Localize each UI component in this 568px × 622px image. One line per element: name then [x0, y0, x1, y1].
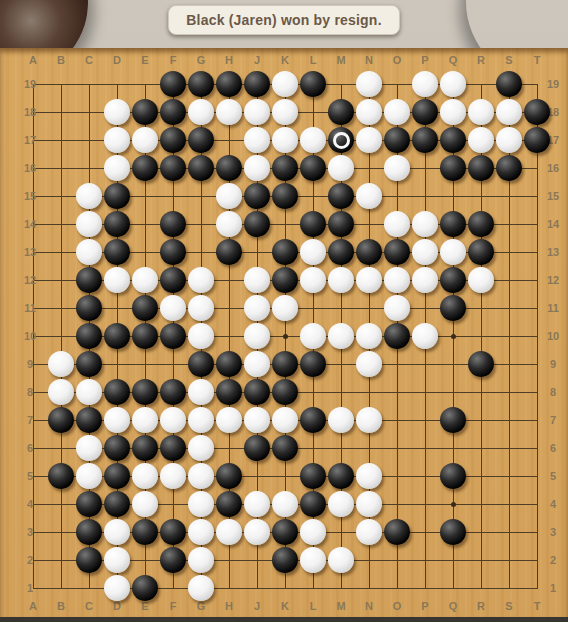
white-stone[interactable] [244, 267, 270, 293]
white-stone[interactable] [272, 99, 298, 125]
black-stone[interactable] [440, 295, 466, 321]
row-label-right: 9 [540, 357, 566, 371]
column-label-bottom: R [468, 599, 494, 613]
black-stone[interactable] [160, 211, 186, 237]
row-label-right: 5 [540, 469, 566, 483]
column-label-top: L [300, 53, 326, 67]
row-label-right: 8 [540, 385, 566, 399]
column-label-top: D [104, 53, 130, 67]
black-stone[interactable] [188, 351, 214, 377]
white-stone[interactable] [412, 267, 438, 293]
white-stone[interactable] [356, 71, 382, 97]
column-label-top: Q [440, 53, 466, 67]
white-stone[interactable] [468, 99, 494, 125]
black-stone[interactable] [132, 155, 158, 181]
row-label-right: 2 [540, 553, 566, 567]
black-stone[interactable] [440, 211, 466, 237]
row-label-left: 18 [17, 105, 43, 119]
black-stone[interactable] [188, 71, 214, 97]
white-stone[interactable] [412, 323, 438, 349]
row-label-right: 4 [540, 497, 566, 511]
white-stone[interactable] [216, 183, 242, 209]
white-stone[interactable] [328, 407, 354, 433]
row-label-left: 12 [17, 273, 43, 287]
black-stone[interactable] [76, 407, 102, 433]
white-stone[interactable] [440, 239, 466, 265]
white-stone[interactable] [216, 99, 242, 125]
black-stone[interactable] [76, 547, 102, 573]
black-stone[interactable] [76, 267, 102, 293]
column-label-bottom: H [216, 599, 242, 613]
column-label-bottom: L [300, 599, 326, 613]
black-stone[interactable] [244, 211, 270, 237]
white-stone[interactable] [160, 463, 186, 489]
black-stone[interactable] [384, 519, 410, 545]
black-stone[interactable] [160, 519, 186, 545]
white-stone[interactable] [328, 323, 354, 349]
column-label-top: A [20, 53, 46, 67]
row-label-right: 6 [540, 441, 566, 455]
black-stone[interactable] [468, 211, 494, 237]
black-stone[interactable] [132, 575, 158, 601]
column-label-top: K [272, 53, 298, 67]
white-stone[interactable] [132, 491, 158, 517]
row-label-left: 7 [17, 413, 43, 427]
white-stone[interactable] [244, 99, 270, 125]
white-stone[interactable] [300, 547, 326, 573]
white-stone[interactable] [160, 295, 186, 321]
black-stone[interactable] [244, 435, 270, 461]
last-move-marker [333, 132, 350, 149]
black-stone[interactable] [104, 463, 130, 489]
row-label-right: 10 [540, 329, 566, 343]
column-label-bottom: J [244, 599, 270, 613]
row-label-left: 19 [17, 77, 43, 91]
black-stone[interactable] [496, 155, 522, 181]
white-stone[interactable] [76, 239, 102, 265]
white-stone[interactable] [384, 267, 410, 293]
white-stone[interactable] [132, 127, 158, 153]
black-stone[interactable] [216, 351, 242, 377]
black-stone[interactable] [468, 351, 494, 377]
black-stone[interactable] [440, 267, 466, 293]
black-stone[interactable] [160, 379, 186, 405]
column-label-bottom: G [188, 599, 214, 613]
white-stone[interactable] [440, 99, 466, 125]
white-stone[interactable] [356, 323, 382, 349]
column-label-bottom: S [496, 599, 522, 613]
black-stone[interactable] [300, 351, 326, 377]
white-stone[interactable] [132, 267, 158, 293]
white-stone[interactable] [188, 407, 214, 433]
white-stone[interactable] [356, 463, 382, 489]
white-stone[interactable] [300, 239, 326, 265]
white-stone[interactable] [104, 155, 130, 181]
black-stone[interactable] [76, 351, 102, 377]
row-label-right: 15 [540, 189, 566, 203]
black-stone[interactable] [216, 155, 242, 181]
black-stone[interactable] [160, 127, 186, 153]
black-stone[interactable] [272, 267, 298, 293]
white-stone[interactable] [468, 267, 494, 293]
white-stone[interactable] [188, 547, 214, 573]
black-stone[interactable] [412, 127, 438, 153]
black-stone[interactable] [188, 155, 214, 181]
black-stone[interactable] [300, 155, 326, 181]
white-stone[interactable] [244, 323, 270, 349]
white-stone[interactable] [104, 575, 130, 601]
white-stone[interactable] [356, 351, 382, 377]
black-stone[interactable] [132, 435, 158, 461]
white-stone[interactable] [412, 211, 438, 237]
row-label-right: 13 [540, 245, 566, 259]
white-stone[interactable] [188, 323, 214, 349]
black-stone[interactable] [104, 435, 130, 461]
white-stone[interactable] [412, 71, 438, 97]
white-stone[interactable] [104, 547, 130, 573]
white-stone[interactable] [160, 407, 186, 433]
black-stone[interactable] [328, 183, 354, 209]
row-label-left: 5 [17, 469, 43, 483]
column-label-bottom: K [272, 599, 298, 613]
white-stone[interactable] [244, 155, 270, 181]
column-label-bottom: A [20, 599, 46, 613]
black-stone[interactable] [524, 99, 550, 125]
black-stone[interactable] [440, 127, 466, 153]
black-stone[interactable] [328, 99, 354, 125]
white-stone[interactable] [188, 491, 214, 517]
star-point [451, 334, 456, 339]
black-stone[interactable] [328, 239, 354, 265]
white-stone[interactable] [104, 407, 130, 433]
column-label-bottom: P [412, 599, 438, 613]
white-stone[interactable] [104, 519, 130, 545]
black-stone[interactable] [412, 99, 438, 125]
black-stone[interactable] [384, 323, 410, 349]
white-stone[interactable] [328, 267, 354, 293]
white-stone[interactable] [132, 407, 158, 433]
white-stone[interactable] [76, 435, 102, 461]
white-stone[interactable] [188, 295, 214, 321]
column-label-bottom: C [76, 599, 102, 613]
black-stone[interactable] [300, 407, 326, 433]
row-label-left: 2 [17, 553, 43, 567]
white-stone[interactable] [384, 155, 410, 181]
row-label-right: 1 [540, 581, 566, 595]
black-stone[interactable] [300, 463, 326, 489]
black-stone[interactable] [300, 491, 326, 517]
white-stone[interactable] [188, 99, 214, 125]
white-stone[interactable] [468, 127, 494, 153]
row-label-left: 10 [17, 329, 43, 343]
white-stone[interactable] [104, 127, 130, 153]
black-stone[interactable] [468, 239, 494, 265]
white-stone[interactable] [384, 211, 410, 237]
row-label-left: 11 [17, 301, 43, 315]
black-stone[interactable] [160, 435, 186, 461]
column-label-bottom: T [524, 599, 550, 613]
black-stone[interactable] [328, 127, 354, 153]
row-label-left: 4 [17, 497, 43, 511]
white-stone[interactable] [76, 183, 102, 209]
white-stone[interactable] [300, 323, 326, 349]
column-label-top: S [496, 53, 522, 67]
black-stone[interactable] [272, 183, 298, 209]
column-label-top: P [412, 53, 438, 67]
row-label-right: 12 [540, 273, 566, 287]
black-stone[interactable] [244, 183, 270, 209]
column-label-top: M [328, 53, 354, 67]
white-stone[interactable] [188, 379, 214, 405]
black-stone[interactable] [132, 295, 158, 321]
white-stone[interactable] [76, 463, 102, 489]
black-stone[interactable] [272, 547, 298, 573]
row-label-left: 3 [17, 525, 43, 539]
white-stone[interactable] [328, 155, 354, 181]
black-stone[interactable] [328, 211, 354, 237]
black-stone[interactable] [216, 239, 242, 265]
white-stone[interactable] [440, 71, 466, 97]
white-stone[interactable] [244, 351, 270, 377]
white-stone[interactable] [496, 99, 522, 125]
black-stone[interactable] [132, 323, 158, 349]
black-stone[interactable] [76, 295, 102, 321]
white-stone[interactable] [412, 239, 438, 265]
white-stone[interactable] [300, 127, 326, 153]
white-stone[interactable] [244, 519, 270, 545]
column-label-bottom: Q [440, 599, 466, 613]
white-stone[interactable] [188, 575, 214, 601]
game-result-banner: Black (Jaren) won by resign. [168, 5, 399, 35]
black-stone[interactable] [104, 379, 130, 405]
black-stone[interactable] [216, 379, 242, 405]
black-stone[interactable] [300, 71, 326, 97]
star-point [283, 334, 288, 339]
black-stone[interactable] [272, 351, 298, 377]
black-stone[interactable] [524, 127, 550, 153]
column-label-bottom: M [328, 599, 354, 613]
row-label-right: 7 [540, 413, 566, 427]
white-stone[interactable] [272, 71, 298, 97]
row-label-right: 11 [540, 301, 566, 315]
white-stone[interactable] [216, 211, 242, 237]
black-stone[interactable] [76, 491, 102, 517]
black-stone[interactable] [272, 239, 298, 265]
row-label-left: 13 [17, 245, 43, 259]
white-stone[interactable] [216, 519, 242, 545]
go-board[interactable]: AABBCCDDEEFFGGHHJJKKLLMMNNOOPPQQRRSSTT19… [0, 48, 568, 617]
column-label-top: T [524, 53, 550, 67]
column-label-top: B [48, 53, 74, 67]
black-stone[interactable] [496, 71, 522, 97]
white-stone[interactable] [188, 267, 214, 293]
white-stone[interactable] [496, 127, 522, 153]
game-result-text: Black (Jaren) won by resign. [186, 12, 381, 28]
column-label-top: N [356, 53, 382, 67]
black-stone[interactable] [104, 183, 130, 209]
black-stone[interactable] [132, 519, 158, 545]
row-label-left: 15 [17, 189, 43, 203]
white-stone[interactable] [272, 295, 298, 321]
white-stone[interactable] [356, 267, 382, 293]
black-stone[interactable] [440, 519, 466, 545]
white-stone[interactable] [76, 211, 102, 237]
row-label-left: 16 [17, 161, 43, 175]
column-label-top: F [160, 53, 186, 67]
black-stone[interactable] [104, 491, 130, 517]
row-label-right: 19 [540, 77, 566, 91]
black-stone[interactable] [328, 463, 354, 489]
white-stone[interactable] [356, 491, 382, 517]
black-stone[interactable] [384, 239, 410, 265]
white-stone[interactable] [244, 407, 270, 433]
black-stone[interactable] [160, 99, 186, 125]
row-label-left: 17 [17, 133, 43, 147]
black-stone[interactable] [244, 379, 270, 405]
white-stone[interactable] [76, 379, 102, 405]
white-stone[interactable] [272, 407, 298, 433]
black-stone[interactable] [160, 71, 186, 97]
white-stone[interactable] [104, 99, 130, 125]
black-stone[interactable] [300, 211, 326, 237]
white-stone[interactable] [272, 491, 298, 517]
column-label-bottom: B [48, 599, 74, 613]
black-stone[interactable] [244, 71, 270, 97]
row-label-right: 3 [540, 525, 566, 539]
row-label-left: 1 [17, 581, 43, 595]
black-stone[interactable] [384, 127, 410, 153]
star-point [451, 502, 456, 507]
black-stone[interactable] [272, 435, 298, 461]
black-stone[interactable] [160, 239, 186, 265]
white-stone[interactable] [300, 267, 326, 293]
black-stone[interactable] [104, 211, 130, 237]
white-stone[interactable] [244, 491, 270, 517]
white-stone[interactable] [188, 435, 214, 461]
black-stone[interactable] [76, 323, 102, 349]
black-stone[interactable] [160, 267, 186, 293]
white-stone[interactable] [216, 407, 242, 433]
black-stone[interactable] [104, 239, 130, 265]
white-stone[interactable] [48, 351, 74, 377]
bottom-edge-bar [0, 617, 568, 622]
black-stone[interactable] [160, 323, 186, 349]
black-stone[interactable] [216, 491, 242, 517]
white-stone[interactable] [384, 99, 410, 125]
column-label-bottom: O [384, 599, 410, 613]
black-stone[interactable] [272, 155, 298, 181]
black-stone[interactable] [272, 519, 298, 545]
black-stone[interactable] [216, 71, 242, 97]
row-label-left: 8 [17, 385, 43, 399]
row-label-right: 14 [540, 217, 566, 231]
white-stone[interactable] [328, 491, 354, 517]
column-label-bottom: D [104, 599, 130, 613]
white-stone[interactable] [104, 267, 130, 293]
column-label-top: J [244, 53, 270, 67]
row-label-right: 16 [540, 161, 566, 175]
white-stone[interactable] [132, 463, 158, 489]
white-stone[interactable] [244, 295, 270, 321]
black-stone[interactable] [188, 127, 214, 153]
black-stone[interactable] [356, 239, 382, 265]
column-label-bottom: E [132, 599, 158, 613]
black-stone[interactable] [132, 379, 158, 405]
column-label-top: E [132, 53, 158, 67]
go-game-screen: Black (Jaren) won by resign. AABBCCDDEEF… [0, 0, 568, 622]
white-stone[interactable] [48, 379, 74, 405]
column-label-top: C [76, 53, 102, 67]
black-stone[interactable] [440, 463, 466, 489]
column-label-top: O [384, 53, 410, 67]
white-stone[interactable] [188, 463, 214, 489]
column-label-top: R [468, 53, 494, 67]
column-label-top: H [216, 53, 242, 67]
white-stone[interactable] [328, 547, 354, 573]
black-stone[interactable] [104, 323, 130, 349]
white-stone[interactable] [300, 519, 326, 545]
black-stone[interactable] [48, 407, 74, 433]
row-label-left: 14 [17, 217, 43, 231]
black-stone[interactable] [272, 379, 298, 405]
white-stone[interactable] [356, 519, 382, 545]
white-stone[interactable] [356, 183, 382, 209]
black-stone[interactable] [132, 99, 158, 125]
black-stone[interactable] [440, 407, 466, 433]
white-stone[interactable] [356, 127, 382, 153]
black-stone[interactable] [440, 155, 466, 181]
white-stone[interactable] [356, 99, 382, 125]
row-label-left: 9 [17, 357, 43, 371]
column-label-top: G [188, 53, 214, 67]
column-label-bottom: F [160, 599, 186, 613]
white-stone[interactable] [272, 127, 298, 153]
black-stone[interactable] [48, 463, 74, 489]
black-stone[interactable] [160, 155, 186, 181]
white-stone[interactable] [188, 519, 214, 545]
white-stone[interactable] [384, 295, 410, 321]
black-stone[interactable] [76, 519, 102, 545]
column-label-bottom: N [356, 599, 382, 613]
black-stone[interactable] [216, 463, 242, 489]
white-stone[interactable] [244, 127, 270, 153]
white-stone[interactable] [356, 407, 382, 433]
black-stone[interactable] [468, 155, 494, 181]
black-stone[interactable] [160, 547, 186, 573]
row-label-left: 6 [17, 441, 43, 455]
